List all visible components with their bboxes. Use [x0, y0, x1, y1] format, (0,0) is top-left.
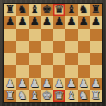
piece-black-pawn-icon: ♟	[79, 16, 89, 28]
square-g6[interactable]	[78, 29, 90, 41]
square-h2[interactable]: ♟	[90, 78, 102, 90]
piece-black-pawn-icon: ♟	[17, 16, 27, 28]
square-h7[interactable]: ♟	[90, 16, 102, 28]
square-d4[interactable]	[41, 53, 53, 65]
piece-white-rook-icon: ♜	[91, 90, 101, 102]
square-c2[interactable]: ♟	[29, 78, 41, 90]
piece-white-knight-icon: ♞	[17, 90, 27, 102]
piece-black-bishop-icon: ♝	[30, 4, 40, 16]
piece-black-pawn-icon: ♟	[66, 16, 76, 28]
square-b1[interactable]: ♞	[16, 90, 28, 102]
piece-white-pawn-icon: ♟	[17, 78, 27, 90]
square-d8[interactable]: ♚	[41, 4, 53, 16]
piece-black-rook-icon: ♜	[91, 4, 101, 16]
square-f2[interactable]: ♟	[65, 78, 77, 90]
square-a8[interactable]: ♜	[4, 4, 16, 16]
chess-board: ♜♞♝♚♛♝♞♜♟♟♟♟♟♟♟♟♟♟♟♟♟♟♟♟♜♞♝♚♛♝♞♜	[4, 4, 102, 102]
square-g8[interactable]: ♞	[78, 4, 90, 16]
square-e5[interactable]	[53, 41, 65, 53]
square-e1[interactable]: ♛	[53, 90, 65, 102]
square-c5[interactable]	[29, 41, 41, 53]
square-g2[interactable]: ♟	[78, 78, 90, 90]
square-d2[interactable]: ♟	[41, 78, 53, 90]
piece-black-knight-icon: ♞	[17, 4, 27, 16]
square-c8[interactable]: ♝	[29, 4, 41, 16]
square-e8[interactable]: ♛	[53, 4, 65, 16]
square-c7[interactable]: ♟	[29, 16, 41, 28]
board-frame: ♜♞♝♚♛♝♞♜♟♟♟♟♟♟♟♟♟♟♟♟♟♟♟♟♜♞♝♚♛♝♞♜	[0, 0, 106, 106]
square-b4[interactable]	[16, 53, 28, 65]
square-f5[interactable]	[65, 41, 77, 53]
square-c1[interactable]: ♝	[29, 90, 41, 102]
piece-white-pawn-icon: ♟	[91, 78, 101, 90]
square-b5[interactable]	[16, 41, 28, 53]
square-g5[interactable]	[78, 41, 90, 53]
square-e2[interactable]: ♟	[53, 78, 65, 90]
square-b6[interactable]	[16, 29, 28, 41]
piece-white-rook-icon: ♜	[5, 90, 15, 102]
piece-black-king-icon: ♚	[42, 4, 52, 16]
square-d1[interactable]: ♚	[41, 90, 53, 102]
square-f3[interactable]	[65, 65, 77, 77]
piece-white-bishop-icon: ♝	[30, 90, 40, 102]
square-b7[interactable]: ♟	[16, 16, 28, 28]
square-h8[interactable]: ♜	[90, 4, 102, 16]
square-e7[interactable]: ♟	[53, 16, 65, 28]
piece-white-pawn-icon: ♟	[5, 78, 15, 90]
square-d6[interactable]	[41, 29, 53, 41]
piece-black-knight-icon: ♞	[79, 4, 89, 16]
square-g1[interactable]: ♞	[78, 90, 90, 102]
square-a7[interactable]: ♟	[4, 16, 16, 28]
square-a5[interactable]	[4, 41, 16, 53]
square-f6[interactable]	[65, 29, 77, 41]
square-h4[interactable]	[90, 53, 102, 65]
piece-white-knight-icon: ♞	[79, 90, 89, 102]
square-b8[interactable]: ♞	[16, 4, 28, 16]
piece-white-pawn-icon: ♟	[54, 78, 64, 90]
square-h3[interactable]	[90, 65, 102, 77]
square-f8[interactable]: ♝	[65, 4, 77, 16]
square-a6[interactable]	[4, 29, 16, 41]
piece-black-rook-icon: ♜	[5, 4, 15, 16]
piece-black-pawn-icon: ♟	[91, 16, 101, 28]
square-f7[interactable]: ♟	[65, 16, 77, 28]
square-g3[interactable]	[78, 65, 90, 77]
square-e4[interactable]	[53, 53, 65, 65]
piece-black-pawn-icon: ♟	[42, 16, 52, 28]
piece-white-pawn-icon: ♟	[30, 78, 40, 90]
square-b3[interactable]	[16, 65, 28, 77]
square-f1[interactable]: ♝	[65, 90, 77, 102]
square-g4[interactable]	[78, 53, 90, 65]
square-c3[interactable]	[29, 65, 41, 77]
square-a1[interactable]: ♜	[4, 90, 16, 102]
piece-black-pawn-icon: ♟	[30, 16, 40, 28]
piece-white-bishop-icon: ♝	[66, 90, 76, 102]
square-a4[interactable]	[4, 53, 16, 65]
square-e6[interactable]	[53, 29, 65, 41]
square-a3[interactable]	[4, 65, 16, 77]
piece-black-pawn-icon: ♟	[5, 16, 15, 28]
square-g7[interactable]: ♟	[78, 16, 90, 28]
square-d5[interactable]	[41, 41, 53, 53]
square-c4[interactable]	[29, 53, 41, 65]
square-d7[interactable]: ♟	[41, 16, 53, 28]
square-b2[interactable]: ♟	[16, 78, 28, 90]
square-a2[interactable]: ♟	[4, 78, 16, 90]
piece-black-queen-icon: ♛	[54, 4, 64, 16]
square-d3[interactable]	[41, 65, 53, 77]
square-c6[interactable]	[29, 29, 41, 41]
piece-white-pawn-icon: ♟	[79, 78, 89, 90]
piece-white-king-icon: ♚	[42, 90, 52, 102]
square-e3[interactable]	[53, 65, 65, 77]
square-h5[interactable]	[90, 41, 102, 53]
piece-white-queen-icon: ♛	[54, 90, 64, 102]
piece-white-pawn-icon: ♟	[42, 78, 52, 90]
piece-white-pawn-icon: ♟	[66, 78, 76, 90]
piece-black-bishop-icon: ♝	[66, 4, 76, 16]
piece-black-pawn-icon: ♟	[54, 16, 64, 28]
square-f4[interactable]	[65, 53, 77, 65]
square-h6[interactable]	[90, 29, 102, 41]
square-h1[interactable]: ♜	[90, 90, 102, 102]
